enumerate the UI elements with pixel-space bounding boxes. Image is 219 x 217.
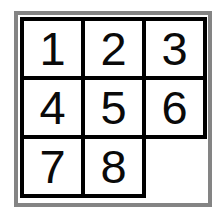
tile-7[interactable]: 7 [20,135,85,198]
puzzle-board: 1 2 3 4 5 6 7 8 [20,17,206,201]
empty-cell [142,135,207,198]
tile-2[interactable]: 2 [81,17,146,80]
tile-1[interactable]: 1 [20,17,85,80]
tile-5[interactable]: 5 [81,76,146,139]
tile-3[interactable]: 3 [142,17,207,80]
tile-6[interactable]: 6 [142,76,207,139]
board-frame: 1 2 3 4 5 6 7 8 [14,11,212,207]
tile-8[interactable]: 8 [81,135,146,198]
puzzle-screenshot: 1 2 3 4 5 6 7 8 [0,0,219,217]
tile-4[interactable]: 4 [20,76,85,139]
